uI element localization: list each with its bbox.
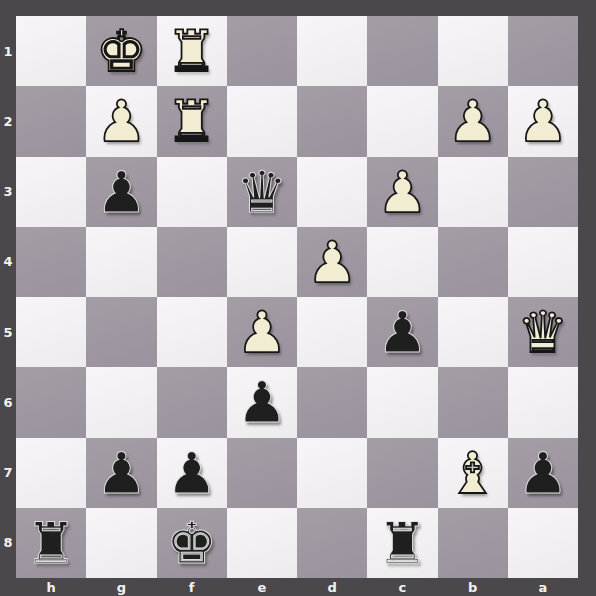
square-h2[interactable]	[16, 86, 86, 156]
rank-label-6: 6	[0, 367, 16, 437]
square-c3[interactable]: ♟	[367, 157, 437, 227]
rank-label-4: 4	[0, 227, 16, 297]
black-king-f8[interactable]: ♚	[157, 508, 227, 578]
rank-label-7: 7	[0, 438, 16, 508]
square-h5[interactable]	[16, 297, 86, 367]
square-d8[interactable]	[297, 508, 367, 578]
white-pawn-g2[interactable]: ♟	[86, 86, 156, 156]
white-queen-a5[interactable]: ♛	[508, 297, 578, 367]
square-c8[interactable]: ♜	[367, 508, 437, 578]
square-h3[interactable]	[16, 157, 86, 227]
file-label-b: b	[438, 578, 508, 596]
square-a6[interactable]	[508, 367, 578, 437]
square-f1[interactable]: ♜	[157, 16, 227, 86]
file-label-f: f	[157, 578, 227, 596]
square-e5[interactable]: ♟	[227, 297, 297, 367]
rank-label-2: 2	[0, 86, 16, 156]
square-b5[interactable]	[438, 297, 508, 367]
white-bishop-b7[interactable]: ♝	[438, 438, 508, 508]
black-rook-c8[interactable]: ♜	[367, 508, 437, 578]
square-h1[interactable]	[16, 16, 86, 86]
white-king-g1[interactable]: ♚	[86, 16, 156, 86]
rank-label-5: 5	[0, 297, 16, 367]
file-label-c: c	[367, 578, 437, 596]
square-c2[interactable]	[367, 86, 437, 156]
square-d2[interactable]	[297, 86, 367, 156]
square-a1[interactable]	[508, 16, 578, 86]
square-a7[interactable]: ♟	[508, 438, 578, 508]
white-pawn-e5[interactable]: ♟	[227, 297, 297, 367]
file-labels: hgfedcba	[16, 578, 578, 596]
square-f5[interactable]	[157, 297, 227, 367]
square-g8[interactable]	[86, 508, 156, 578]
black-queen-e3[interactable]: ♛	[227, 157, 297, 227]
square-a4[interactable]	[508, 227, 578, 297]
square-b7[interactable]: ♝	[438, 438, 508, 508]
square-e2[interactable]	[227, 86, 297, 156]
square-g4[interactable]	[86, 227, 156, 297]
file-label-h: h	[16, 578, 86, 596]
white-pawn-d4[interactable]: ♟	[297, 227, 367, 297]
square-g7[interactable]: ♟	[86, 438, 156, 508]
square-e7[interactable]	[227, 438, 297, 508]
square-f2[interactable]: ♜	[157, 86, 227, 156]
rank-labels: 12345678	[0, 16, 16, 578]
square-g6[interactable]	[86, 367, 156, 437]
square-f6[interactable]	[157, 367, 227, 437]
square-c6[interactable]	[367, 367, 437, 437]
square-a8[interactable]	[508, 508, 578, 578]
square-b1[interactable]	[438, 16, 508, 86]
black-pawn-e6[interactable]: ♟	[227, 367, 297, 437]
file-label-g: g	[86, 578, 156, 596]
square-g1[interactable]: ♚	[86, 16, 156, 86]
square-a5[interactable]: ♛	[508, 297, 578, 367]
black-pawn-a7[interactable]: ♟	[508, 438, 578, 508]
square-d5[interactable]	[297, 297, 367, 367]
chess-board-frame: 12345678 ♚♜♟♜♟♟♟♛♟♟♟♟♛♟♟♟♝♟♜♚♜ hgfedcba	[0, 0, 596, 596]
square-g3[interactable]: ♟	[86, 157, 156, 227]
square-b2[interactable]: ♟	[438, 86, 508, 156]
square-c5[interactable]: ♟	[367, 297, 437, 367]
square-b8[interactable]	[438, 508, 508, 578]
square-d7[interactable]	[297, 438, 367, 508]
file-label-d: d	[297, 578, 367, 596]
square-e4[interactable]	[227, 227, 297, 297]
black-pawn-c5[interactable]: ♟	[367, 297, 437, 367]
square-h7[interactable]	[16, 438, 86, 508]
white-pawn-c3[interactable]: ♟	[367, 157, 437, 227]
square-d6[interactable]	[297, 367, 367, 437]
square-e8[interactable]	[227, 508, 297, 578]
square-f4[interactable]	[157, 227, 227, 297]
square-g5[interactable]	[86, 297, 156, 367]
black-pawn-f7[interactable]: ♟	[157, 438, 227, 508]
black-pawn-g7[interactable]: ♟	[86, 438, 156, 508]
rank-label-3: 3	[0, 157, 16, 227]
square-a3[interactable]	[508, 157, 578, 227]
square-h8[interactable]: ♜	[16, 508, 86, 578]
square-a2[interactable]: ♟	[508, 86, 578, 156]
file-label-e: e	[227, 578, 297, 596]
square-b3[interactable]	[438, 157, 508, 227]
square-c7[interactable]	[367, 438, 437, 508]
white-pawn-b2[interactable]: ♟	[438, 86, 508, 156]
rank-label-8: 8	[0, 508, 16, 578]
black-pawn-g3[interactable]: ♟	[86, 157, 156, 227]
square-g2[interactable]: ♟	[86, 86, 156, 156]
black-rook-h8[interactable]: ♜	[16, 508, 86, 578]
square-f8[interactable]: ♚	[157, 508, 227, 578]
file-label-a: a	[508, 578, 578, 596]
white-pawn-a2[interactable]: ♟	[508, 86, 578, 156]
square-h4[interactable]	[16, 227, 86, 297]
square-b6[interactable]	[438, 367, 508, 437]
square-d3[interactable]	[297, 157, 367, 227]
square-c1[interactable]	[367, 16, 437, 86]
white-rook-f2[interactable]: ♜	[157, 86, 227, 156]
square-f7[interactable]: ♟	[157, 438, 227, 508]
square-d4[interactable]: ♟	[297, 227, 367, 297]
square-e3[interactable]: ♛	[227, 157, 297, 227]
square-c4[interactable]	[367, 227, 437, 297]
square-d1[interactable]	[297, 16, 367, 86]
square-f3[interactable]	[157, 157, 227, 227]
square-b4[interactable]	[438, 227, 508, 297]
chess-board[interactable]: ♚♜♟♜♟♟♟♛♟♟♟♟♛♟♟♟♝♟♜♚♜	[16, 16, 578, 578]
square-e6[interactable]: ♟	[227, 367, 297, 437]
white-rook-f1[interactable]: ♜	[157, 16, 227, 86]
rank-label-1: 1	[0, 16, 16, 86]
square-e1[interactable]	[227, 16, 297, 86]
square-h6[interactable]	[16, 367, 86, 437]
